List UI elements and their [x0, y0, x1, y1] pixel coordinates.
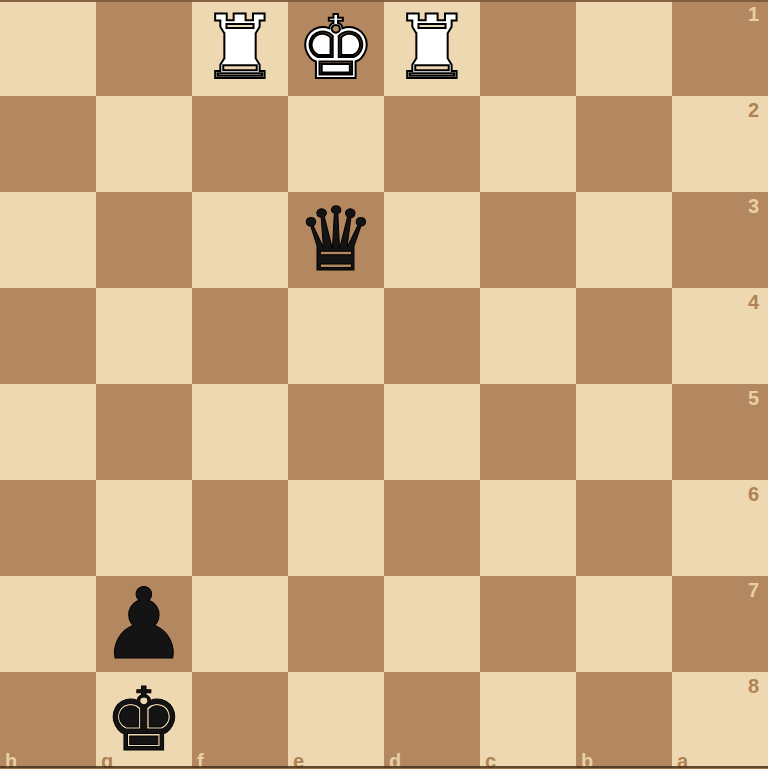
- square-f2[interactable]: [192, 96, 288, 192]
- piece-black-queen-e3[interactable]: ♛: [288, 192, 384, 288]
- square-f8[interactable]: f: [192, 672, 288, 768]
- rank-label-8: 8: [748, 676, 759, 696]
- square-d5[interactable]: [384, 384, 480, 480]
- square-e5[interactable]: [288, 384, 384, 480]
- square-e8[interactable]: e: [288, 672, 384, 768]
- square-b3[interactable]: [576, 192, 672, 288]
- square-d4[interactable]: [384, 288, 480, 384]
- square-a5[interactable]: 5: [672, 384, 768, 480]
- piece-white-rook-d1[interactable]: ♜: [384, 0, 480, 96]
- square-h5[interactable]: [0, 384, 96, 480]
- rank-label-3: 3: [748, 196, 759, 216]
- square-c3[interactable]: [480, 192, 576, 288]
- square-h8[interactable]: h: [0, 672, 96, 768]
- square-a2[interactable]: 2: [672, 96, 768, 192]
- square-a3[interactable]: 3: [672, 192, 768, 288]
- file-label-b: b: [581, 751, 593, 769]
- square-d2[interactable]: [384, 96, 480, 192]
- square-b6[interactable]: [576, 480, 672, 576]
- square-f5[interactable]: [192, 384, 288, 480]
- square-e1[interactable]: ♚: [288, 0, 384, 96]
- square-e6[interactable]: [288, 480, 384, 576]
- square-f1[interactable]: ♜: [192, 0, 288, 96]
- piece-black-king-g8[interactable]: ♚: [96, 672, 192, 768]
- square-g8[interactable]: g♚: [96, 672, 192, 768]
- square-c1[interactable]: [480, 0, 576, 96]
- file-label-h: h: [5, 751, 17, 769]
- rank-label-7: 7: [748, 580, 759, 600]
- square-a7[interactable]: 7: [672, 576, 768, 672]
- file-label-f: f: [197, 751, 204, 769]
- file-label-c: c: [485, 751, 496, 769]
- rank-label-2: 2: [748, 100, 759, 120]
- square-b4[interactable]: [576, 288, 672, 384]
- chess-board-container: ♜♚♜12♛3456♟7hg♚fedcb8a: [0, 0, 768, 769]
- square-g1[interactable]: [96, 0, 192, 96]
- piece-white-king-e1[interactable]: ♚: [288, 0, 384, 96]
- square-b5[interactable]: [576, 384, 672, 480]
- square-d8[interactable]: d: [384, 672, 480, 768]
- square-h2[interactable]: [0, 96, 96, 192]
- square-h3[interactable]: [0, 192, 96, 288]
- square-f6[interactable]: [192, 480, 288, 576]
- square-a6[interactable]: 6: [672, 480, 768, 576]
- square-g7[interactable]: ♟: [96, 576, 192, 672]
- chess-board: ♜♚♜12♛3456♟7hg♚fedcb8a: [0, 0, 768, 768]
- square-c7[interactable]: [480, 576, 576, 672]
- square-d1[interactable]: ♜: [384, 0, 480, 96]
- square-h4[interactable]: [0, 288, 96, 384]
- square-d6[interactable]: [384, 480, 480, 576]
- rank-label-5: 5: [748, 388, 759, 408]
- square-h7[interactable]: [0, 576, 96, 672]
- square-c4[interactable]: [480, 288, 576, 384]
- square-f4[interactable]: [192, 288, 288, 384]
- square-b1[interactable]: [576, 0, 672, 96]
- square-g6[interactable]: [96, 480, 192, 576]
- square-d3[interactable]: [384, 192, 480, 288]
- square-h1[interactable]: [0, 0, 96, 96]
- square-a8[interactable]: 8a: [672, 672, 768, 768]
- square-b7[interactable]: [576, 576, 672, 672]
- square-g4[interactable]: [96, 288, 192, 384]
- square-f3[interactable]: [192, 192, 288, 288]
- piece-white-rook-f1[interactable]: ♜: [192, 0, 288, 96]
- square-g3[interactable]: [96, 192, 192, 288]
- file-label-d: d: [389, 751, 401, 769]
- square-a1[interactable]: 1: [672, 0, 768, 96]
- square-c5[interactable]: [480, 384, 576, 480]
- square-g2[interactable]: [96, 96, 192, 192]
- square-b8[interactable]: b: [576, 672, 672, 768]
- file-label-e: e: [293, 751, 304, 769]
- rank-label-1: 1: [748, 4, 759, 24]
- square-e2[interactable]: [288, 96, 384, 192]
- file-label-a: a: [677, 751, 688, 769]
- rank-label-4: 4: [748, 292, 759, 312]
- square-c6[interactable]: [480, 480, 576, 576]
- square-f7[interactable]: [192, 576, 288, 672]
- square-h6[interactable]: [0, 480, 96, 576]
- square-c8[interactable]: c: [480, 672, 576, 768]
- square-b2[interactable]: [576, 96, 672, 192]
- piece-black-pawn-g7[interactable]: ♟: [96, 576, 192, 672]
- square-d7[interactable]: [384, 576, 480, 672]
- rank-label-6: 6: [748, 484, 759, 504]
- square-e4[interactable]: [288, 288, 384, 384]
- square-g5[interactable]: [96, 384, 192, 480]
- square-e3[interactable]: ♛: [288, 192, 384, 288]
- square-a4[interactable]: 4: [672, 288, 768, 384]
- square-e7[interactable]: [288, 576, 384, 672]
- square-c2[interactable]: [480, 96, 576, 192]
